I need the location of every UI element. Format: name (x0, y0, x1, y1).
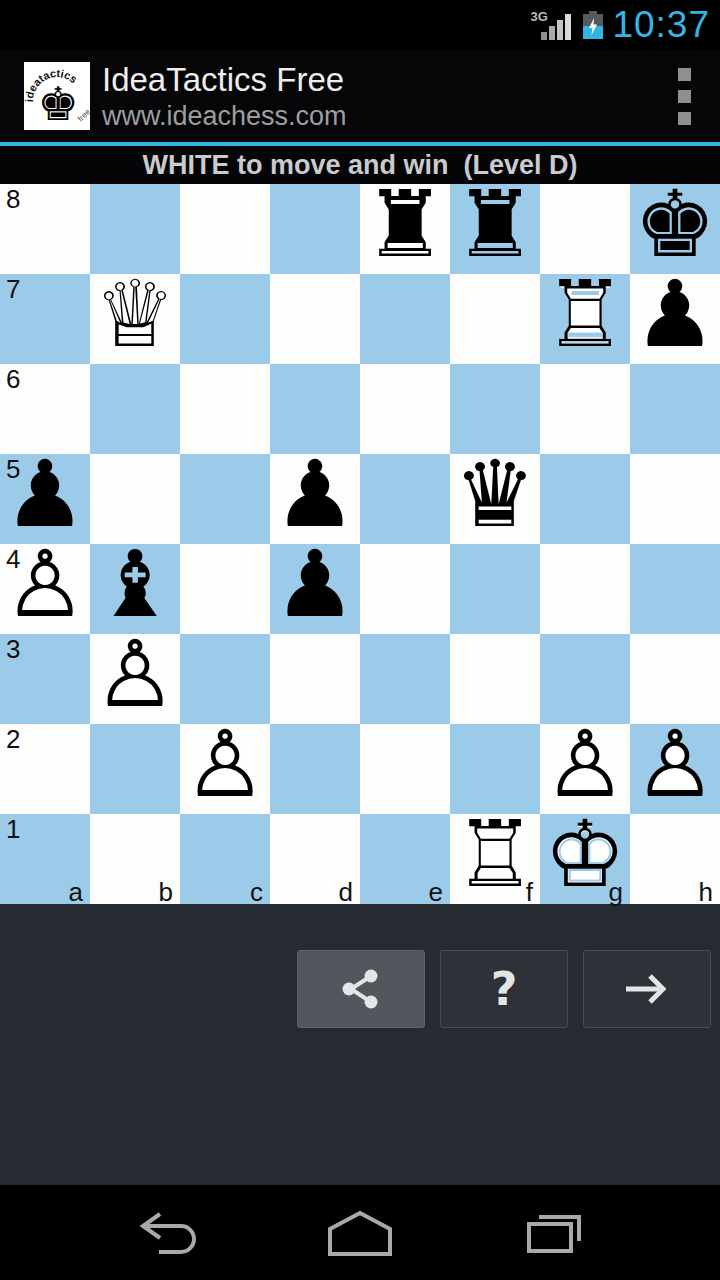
square-h7[interactable]: ♟ (630, 274, 720, 364)
piece-bR-f8[interactable]: ♜ (450, 184, 540, 274)
square-g5[interactable] (540, 454, 630, 544)
piece-bP-d4[interactable]: ♟ (270, 544, 360, 634)
square-b7[interactable]: ♛♕ (90, 274, 180, 364)
piece-bP-h7[interactable]: ♟ (630, 274, 720, 364)
square-c7[interactable] (180, 274, 270, 364)
square-e3[interactable] (360, 634, 450, 724)
home-icon (322, 1209, 398, 1257)
bottom-panel: ? (0, 904, 720, 1185)
piece-wP-b3[interactable]: ♟♙ (90, 634, 180, 724)
square-d3[interactable] (270, 634, 360, 724)
file-label-f: f (526, 877, 533, 908)
question-mark-icon: ? (491, 962, 518, 1016)
square-e1[interactable]: e (360, 814, 450, 904)
app-title: IdeaTactics Free (102, 60, 660, 100)
rank-label-8: 8 (6, 184, 20, 215)
square-b2[interactable] (90, 724, 180, 814)
hint-button[interactable]: ? (440, 950, 568, 1028)
file-label-g: g (609, 877, 623, 908)
overflow-menu-icon[interactable] (660, 56, 708, 136)
square-c5[interactable] (180, 454, 270, 544)
square-a1[interactable]: 1a (0, 814, 90, 904)
square-c1[interactable]: c (180, 814, 270, 904)
navigation-bar (0, 1185, 720, 1280)
file-label-b: b (159, 877, 173, 908)
file-label-h: h (699, 877, 713, 908)
prompt-bar: WHITE to move and win (Level D) (0, 146, 720, 184)
app-subtitle: www.ideachess.com (102, 100, 660, 132)
square-d2[interactable] (270, 724, 360, 814)
square-a8[interactable]: 8 (0, 184, 90, 274)
square-e5[interactable] (360, 454, 450, 544)
app-bar: ideatactics ♚ free IdeaTactics Free www.… (0, 50, 720, 142)
square-f8[interactable]: ♜ (450, 184, 540, 274)
toolbar: ? (297, 950, 711, 1028)
square-g6[interactable] (540, 364, 630, 454)
rank-label-6: 6 (6, 364, 20, 395)
square-b3[interactable]: ♟♙ (90, 634, 180, 724)
square-b1[interactable]: b (90, 814, 180, 904)
file-label-e: e (429, 877, 443, 908)
square-e2[interactable] (360, 724, 450, 814)
square-h4[interactable] (630, 544, 720, 634)
square-f7[interactable] (450, 274, 540, 364)
square-a4[interactable]: 4♟♙ (0, 544, 90, 634)
square-h1[interactable]: h (630, 814, 720, 904)
square-d8[interactable] (270, 184, 360, 274)
square-f5[interactable]: ♛ (450, 454, 540, 544)
square-b6[interactable] (90, 364, 180, 454)
share-icon (338, 966, 384, 1012)
square-d7[interactable] (270, 274, 360, 364)
square-f1[interactable]: f♜♖ (450, 814, 540, 904)
rank-label-3: 3 (6, 634, 20, 665)
back-button[interactable] (107, 1198, 227, 1268)
square-c2[interactable]: ♟♙ (180, 724, 270, 814)
file-label-c: c (250, 877, 263, 908)
square-e8[interactable]: ♜ (360, 184, 450, 274)
piece-wR-g7[interactable]: ♜♖ (540, 274, 630, 364)
square-h2[interactable]: ♟♙ (630, 724, 720, 814)
chess-board[interactable]: 8♜♜♚7♛♕♜♖♟65♟♟♛4♟♙♝♟3♟♙2♟♙♟♙♟♙1abcdef♜♖g… (0, 184, 720, 904)
square-g7[interactable]: ♜♖ (540, 274, 630, 364)
square-h5[interactable] (630, 454, 720, 544)
arrow-right-icon (623, 971, 671, 1007)
network-indicator: 3G (530, 7, 574, 43)
app-logo: ideatactics ♚ free (24, 62, 90, 130)
piece-bR-e8[interactable]: ♜ (360, 184, 450, 274)
home-button[interactable] (300, 1198, 420, 1268)
file-label-a: a (69, 877, 83, 908)
square-f4[interactable] (450, 544, 540, 634)
square-g4[interactable] (540, 544, 630, 634)
rank-label-4: 4 (6, 544, 20, 575)
square-d1[interactable]: d (270, 814, 360, 904)
square-e7[interactable] (360, 274, 450, 364)
next-button[interactable] (583, 950, 711, 1028)
logo-king-glyph: ♚ (37, 77, 78, 130)
file-label-d: d (339, 877, 353, 908)
square-a2[interactable]: 2 (0, 724, 90, 814)
signal-strength-icon (540, 11, 574, 41)
piece-wQ-b7[interactable]: ♛♕ (90, 274, 180, 364)
status-bar: 3G 10:37 (0, 0, 720, 50)
square-a7[interactable]: 7 (0, 274, 90, 364)
piece-wP-h2[interactable]: ♟♙ (630, 724, 720, 814)
clock: 10:37 (612, 4, 714, 46)
square-h6[interactable] (630, 364, 720, 454)
app-titles: IdeaTactics Free www.ideachess.com (102, 60, 660, 132)
square-d4[interactable]: ♟ (270, 544, 360, 634)
square-g1[interactable]: g♚♔ (540, 814, 630, 904)
square-a3[interactable]: 3 (0, 634, 90, 724)
square-f3[interactable] (450, 634, 540, 724)
battery-charging-icon (582, 9, 604, 41)
square-e4[interactable] (360, 544, 450, 634)
back-icon (134, 1210, 200, 1256)
square-c8[interactable] (180, 184, 270, 274)
rank-label-1: 1 (6, 814, 20, 845)
rank-label-7: 7 (6, 274, 20, 305)
piece-wP-c2[interactable]: ♟♙ (180, 724, 270, 814)
square-e6[interactable] (360, 364, 450, 454)
rank-label-5: 5 (6, 454, 20, 485)
square-c6[interactable] (180, 364, 270, 454)
share-button[interactable] (297, 950, 425, 1028)
recents-icon (521, 1209, 585, 1257)
square-c4[interactable] (180, 544, 270, 634)
piece-bQ-f5[interactable]: ♛ (450, 454, 540, 544)
rank-label-2: 2 (6, 724, 20, 755)
recents-button[interactable] (493, 1198, 613, 1268)
